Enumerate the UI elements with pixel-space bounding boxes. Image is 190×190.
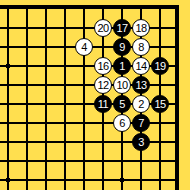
stone-white-o17: 4: [75, 38, 93, 56]
stone-black-r13: 7: [132, 114, 150, 132]
star-point-q10: [120, 178, 124, 182]
stone-black-q17: 9: [113, 38, 131, 56]
stone-white-r17: 8: [132, 38, 150, 56]
stone-move-number: 15: [154, 99, 165, 110]
stone-black-r15: 13: [132, 76, 150, 94]
stone-move-number: 11: [98, 99, 108, 110]
grid-hline: [0, 27, 179, 29]
stone-black-r12: 3: [132, 133, 150, 151]
board-edge-top: [0, 5, 179, 9]
grid-hline: [0, 179, 179, 181]
stone-move-number: 12: [97, 80, 108, 91]
stone-move-number: 10: [116, 80, 127, 91]
board-edge-right: [175, 5, 179, 190]
stone-white-r18: 18: [132, 19, 150, 37]
grid-vline: [26, 5, 28, 190]
grid-vline: [64, 5, 66, 190]
stone-move-number: 1: [119, 61, 125, 72]
stone-move-number: 9: [119, 42, 125, 53]
stone-move-number: 3: [138, 137, 144, 148]
stone-white-p18: 20: [94, 19, 112, 37]
stone-black-p14: 11: [94, 95, 112, 113]
grid-hline: [0, 160, 179, 162]
stone-move-number: 19: [154, 61, 165, 72]
stone-move-number: 5: [119, 99, 125, 110]
grid-vline: [7, 5, 9, 190]
stone-move-number: 14: [135, 61, 146, 72]
grid-hline: [0, 141, 179, 143]
stone-move-number: 18: [135, 23, 146, 34]
grid-vline: [45, 5, 47, 190]
stone-move-number: 7: [138, 118, 144, 129]
star-point-k16: [6, 64, 10, 68]
stone-move-number: 2: [138, 99, 144, 110]
stone-move-number: 13: [135, 80, 146, 91]
stone-black-q18: 17: [113, 19, 131, 37]
stone-black-s16: 19: [151, 57, 169, 75]
stone-black-q16: 1: [113, 57, 131, 75]
stone-black-s14: 15: [151, 95, 169, 113]
stone-move-number: 20: [97, 23, 108, 34]
grid-vline: [83, 5, 85, 190]
stone-move-number: 17: [116, 23, 127, 34]
stone-move-number: 8: [138, 42, 144, 53]
stone-white-p15: 12: [94, 76, 112, 94]
stone-white-q13: 6: [113, 114, 131, 132]
star-point-k10: [6, 178, 10, 182]
stone-white-q15: 10: [113, 76, 131, 94]
stone-black-q14: 5: [113, 95, 131, 113]
grid-hline: [0, 84, 179, 86]
stone-move-number: 16: [97, 61, 108, 72]
go-board: 1234567891011121314151617181920: [0, 0, 190, 190]
stone-white-r16: 14: [132, 57, 150, 75]
stone-move-number: 4: [81, 42, 87, 53]
stone-white-p16: 16: [94, 57, 112, 75]
stone-white-r14: 2: [132, 95, 150, 113]
stone-move-number: 6: [119, 118, 125, 129]
grid-hline: [0, 122, 179, 124]
